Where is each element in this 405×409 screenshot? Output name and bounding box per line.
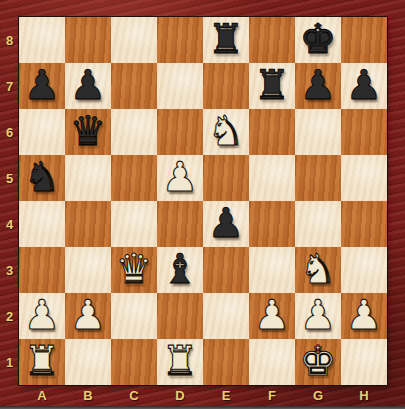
- square-d5[interactable]: ♟: [157, 155, 203, 201]
- square-f2[interactable]: ♟: [249, 293, 295, 339]
- black-bishop[interactable]: ♝: [162, 249, 199, 290]
- square-f7[interactable]: ♜: [249, 63, 295, 109]
- white-rook[interactable]: ♜: [162, 341, 199, 382]
- square-h7[interactable]: ♟: [341, 63, 387, 109]
- square-h4[interactable]: [341, 201, 387, 247]
- square-f4[interactable]: [249, 201, 295, 247]
- file-label-g: G: [295, 385, 341, 406]
- square-h2[interactable]: ♟: [341, 293, 387, 339]
- file-label-e: E: [203, 385, 249, 406]
- square-d4[interactable]: [157, 201, 203, 247]
- white-rook[interactable]: ♜: [24, 341, 61, 382]
- square-b8[interactable]: [65, 17, 111, 63]
- square-b7[interactable]: ♟: [65, 63, 111, 109]
- white-pawn[interactable]: ♟: [70, 295, 107, 336]
- square-c6[interactable]: [111, 109, 157, 155]
- square-c4[interactable]: [111, 201, 157, 247]
- square-f5[interactable]: [249, 155, 295, 201]
- white-pawn[interactable]: ♟: [24, 295, 61, 336]
- white-pawn[interactable]: ♟: [300, 295, 337, 336]
- square-g5[interactable]: [295, 155, 341, 201]
- white-pawn[interactable]: ♟: [254, 295, 291, 336]
- rank-label-8: 8: [0, 17, 19, 63]
- chess-board[interactable]: ♜♚♟♟♜♟♟♛♞♞♟♟♛♝♞♟♟♟♟♟♜♜♚: [19, 17, 387, 385]
- square-b1[interactable]: [65, 339, 111, 385]
- file-label-b: B: [65, 385, 111, 406]
- square-b5[interactable]: [65, 155, 111, 201]
- white-knight[interactable]: ♞: [208, 111, 245, 152]
- file-label-h: H: [341, 385, 387, 406]
- square-f1[interactable]: [249, 339, 295, 385]
- white-pawn[interactable]: ♟: [162, 157, 199, 198]
- square-e2[interactable]: [203, 293, 249, 339]
- square-e7[interactable]: [203, 63, 249, 109]
- rank-labels: 87654321: [0, 17, 19, 385]
- black-pawn[interactable]: ♟: [70, 65, 107, 106]
- square-d7[interactable]: [157, 63, 203, 109]
- square-a5[interactable]: ♞: [19, 155, 65, 201]
- black-king[interactable]: ♚: [300, 19, 337, 60]
- square-a3[interactable]: [19, 247, 65, 293]
- square-f6[interactable]: [249, 109, 295, 155]
- black-rook[interactable]: ♜: [208, 19, 245, 60]
- rank-label-6: 6: [0, 109, 19, 155]
- square-c8[interactable]: [111, 17, 157, 63]
- file-labels: ABCDEFGH: [19, 385, 387, 406]
- square-h8[interactable]: [341, 17, 387, 63]
- white-pawn[interactable]: ♟: [346, 295, 383, 336]
- square-a1[interactable]: ♜: [19, 339, 65, 385]
- square-g1[interactable]: ♚: [295, 339, 341, 385]
- white-queen[interactable]: ♛: [116, 249, 153, 290]
- square-h5[interactable]: [341, 155, 387, 201]
- square-f8[interactable]: [249, 17, 295, 63]
- file-label-f: F: [249, 385, 295, 406]
- rank-label-7: 7: [0, 63, 19, 109]
- square-a2[interactable]: ♟: [19, 293, 65, 339]
- square-g6[interactable]: [295, 109, 341, 155]
- square-d2[interactable]: [157, 293, 203, 339]
- square-c7[interactable]: [111, 63, 157, 109]
- rank-label-1: 1: [0, 339, 19, 385]
- rank-label-5: 5: [0, 155, 19, 201]
- square-a8[interactable]: [19, 17, 65, 63]
- white-knight[interactable]: ♞: [300, 249, 337, 290]
- white-king[interactable]: ♚: [300, 341, 337, 382]
- black-knight[interactable]: ♞: [24, 157, 61, 198]
- square-f3[interactable]: [249, 247, 295, 293]
- rank-label-4: 4: [0, 201, 19, 247]
- square-e6[interactable]: ♞: [203, 109, 249, 155]
- square-c2[interactable]: [111, 293, 157, 339]
- square-d1[interactable]: ♜: [157, 339, 203, 385]
- square-b4[interactable]: [65, 201, 111, 247]
- square-b2[interactable]: ♟: [65, 293, 111, 339]
- file-label-a: A: [19, 385, 65, 406]
- square-b6[interactable]: ♛: [65, 109, 111, 155]
- square-c3[interactable]: ♛: [111, 247, 157, 293]
- black-queen[interactable]: ♛: [70, 111, 107, 152]
- square-a6[interactable]: [19, 109, 65, 155]
- square-g8[interactable]: ♚: [295, 17, 341, 63]
- square-e8[interactable]: ♜: [203, 17, 249, 63]
- rank-label-2: 2: [0, 293, 19, 339]
- square-c5[interactable]: [111, 155, 157, 201]
- square-d6[interactable]: [157, 109, 203, 155]
- square-h6[interactable]: [341, 109, 387, 155]
- square-e3[interactable]: [203, 247, 249, 293]
- rank-label-3: 3: [0, 247, 19, 293]
- square-b3[interactable]: [65, 247, 111, 293]
- square-g4[interactable]: [295, 201, 341, 247]
- square-h1[interactable]: [341, 339, 387, 385]
- square-g2[interactable]: ♟: [295, 293, 341, 339]
- square-c1[interactable]: [111, 339, 157, 385]
- black-pawn[interactable]: ♟: [208, 203, 245, 244]
- square-g3[interactable]: ♞: [295, 247, 341, 293]
- square-e4[interactable]: ♟: [203, 201, 249, 247]
- file-label-d: D: [157, 385, 203, 406]
- square-e1[interactable]: [203, 339, 249, 385]
- black-pawn[interactable]: ♟: [300, 65, 337, 106]
- square-e5[interactable]: [203, 155, 249, 201]
- square-h3[interactable]: [341, 247, 387, 293]
- square-d3[interactable]: ♝: [157, 247, 203, 293]
- chessboard-frame: 87654321 ♜♚♟♟♜♟♟♛♞♞♟♟♛♝♞♟♟♟♟♟♜♜♚ ABCDEFG…: [0, 0, 405, 409]
- square-a7[interactable]: ♟: [19, 63, 65, 109]
- file-label-c: C: [111, 385, 157, 406]
- black-rook[interactable]: ♜: [254, 65, 291, 106]
- black-pawn[interactable]: ♟: [24, 65, 61, 106]
- square-a4[interactable]: [19, 201, 65, 247]
- square-g7[interactable]: ♟: [295, 63, 341, 109]
- black-pawn[interactable]: ♟: [346, 65, 383, 106]
- square-d8[interactable]: [157, 17, 203, 63]
